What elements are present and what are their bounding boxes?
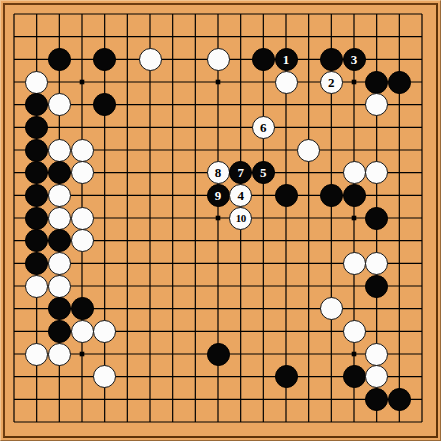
stone-black bbox=[48, 297, 71, 320]
stone-white bbox=[48, 93, 71, 116]
stone-move-7: 7 bbox=[229, 161, 252, 184]
stone-black bbox=[48, 229, 71, 252]
stone-black bbox=[25, 207, 48, 230]
stone-white bbox=[93, 365, 116, 388]
stone-black bbox=[93, 93, 116, 116]
stone-black bbox=[25, 252, 48, 275]
stone-black bbox=[252, 48, 275, 71]
stone-white bbox=[48, 139, 71, 162]
stone-white bbox=[207, 48, 230, 71]
stone-black bbox=[320, 184, 343, 207]
stone-move-9: 9 bbox=[207, 184, 230, 207]
stone-black bbox=[365, 275, 388, 298]
stones-layer: 13268759410 bbox=[0, 0, 441, 441]
stone-white bbox=[48, 207, 71, 230]
stone-move-10: 10 bbox=[229, 207, 252, 230]
stone-black bbox=[25, 116, 48, 139]
stone-move-4: 4 bbox=[229, 184, 252, 207]
stone-white bbox=[71, 229, 94, 252]
stone-white bbox=[93, 320, 116, 343]
stone-black bbox=[365, 388, 388, 411]
stone-white bbox=[25, 71, 48, 94]
stone-white bbox=[48, 275, 71, 298]
stone-move-8: 8 bbox=[207, 161, 230, 184]
stone-white bbox=[343, 252, 366, 275]
stone-white bbox=[365, 343, 388, 366]
stone-white bbox=[25, 343, 48, 366]
stone-white bbox=[48, 252, 71, 275]
stone-white bbox=[139, 48, 162, 71]
stone-white bbox=[365, 93, 388, 116]
stone-black bbox=[93, 48, 116, 71]
stone-black bbox=[48, 320, 71, 343]
stone-white bbox=[71, 161, 94, 184]
stone-black bbox=[25, 161, 48, 184]
stone-black bbox=[71, 297, 94, 320]
stone-white bbox=[48, 343, 71, 366]
stone-move-1: 1 bbox=[275, 48, 298, 71]
stone-black bbox=[48, 48, 71, 71]
stone-black bbox=[48, 161, 71, 184]
stone-white bbox=[71, 207, 94, 230]
stone-move-6: 6 bbox=[252, 116, 275, 139]
stone-black bbox=[25, 93, 48, 116]
stone-black bbox=[365, 207, 388, 230]
stone-black bbox=[388, 71, 411, 94]
go-board[interactable]: 13268759410 bbox=[0, 0, 441, 441]
stone-white bbox=[48, 184, 71, 207]
stone-black bbox=[25, 229, 48, 252]
stone-black bbox=[25, 184, 48, 207]
stone-move-3: 3 bbox=[343, 48, 366, 71]
stone-white bbox=[71, 320, 94, 343]
stone-white bbox=[275, 71, 298, 94]
stone-black bbox=[365, 71, 388, 94]
stone-white bbox=[365, 161, 388, 184]
stone-black bbox=[25, 139, 48, 162]
stone-black bbox=[343, 184, 366, 207]
stone-black bbox=[275, 184, 298, 207]
stone-move-5: 5 bbox=[252, 161, 275, 184]
stone-white bbox=[343, 161, 366, 184]
stone-black bbox=[275, 365, 298, 388]
stone-black bbox=[207, 343, 230, 366]
stone-black bbox=[388, 388, 411, 411]
stone-move-2: 2 bbox=[320, 71, 343, 94]
stone-white bbox=[343, 320, 366, 343]
stone-black bbox=[343, 365, 366, 388]
stone-white bbox=[25, 275, 48, 298]
stone-black bbox=[320, 48, 343, 71]
stone-white bbox=[320, 297, 343, 320]
stone-white bbox=[71, 139, 94, 162]
stone-white bbox=[297, 139, 320, 162]
stone-white bbox=[365, 252, 388, 275]
stone-white bbox=[365, 365, 388, 388]
